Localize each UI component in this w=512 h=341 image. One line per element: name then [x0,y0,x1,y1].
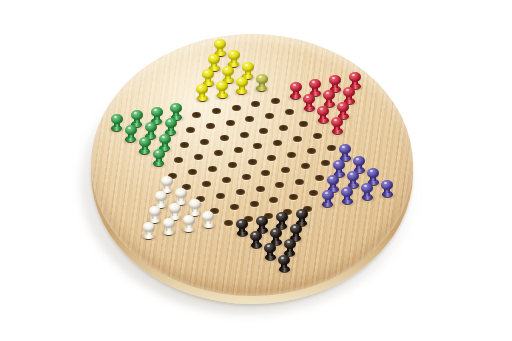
pegs-layer [0,0,512,341]
peg-head [214,39,226,49]
peg-head [202,211,214,221]
peg-head [228,50,240,60]
peg-head [278,255,290,265]
peg-green[interactable] [110,114,123,131]
peg-head [222,66,234,76]
peg-white[interactable] [162,218,175,235]
peg-head [276,212,288,222]
peg-yellow[interactable] [216,81,229,98]
peg-head [284,239,296,249]
peg-purple[interactable] [321,190,334,207]
peg-head [163,218,175,228]
peg-olive[interactable] [255,74,268,91]
peg-head [202,69,214,79]
peg-head [353,156,365,166]
peg-head [131,110,143,120]
peg-head [170,103,182,113]
peg-head [189,199,201,209]
peg-head [196,84,208,94]
peg-black[interactable] [264,243,277,260]
peg-red[interactable] [289,82,302,99]
peg-head [323,90,335,100]
peg-purple[interactable] [361,183,374,200]
peg-head [367,168,379,178]
peg-head [236,77,248,87]
peg-head [208,54,220,64]
peg-head [165,118,177,128]
peg-head [145,122,157,132]
peg-yellow[interactable] [235,77,248,94]
peg-head [236,219,248,229]
chinese-checkers-photo [0,0,512,341]
peg-head [296,209,308,219]
peg-head [331,117,343,127]
peg-head [333,160,345,170]
peg-head [153,149,165,159]
peg-head [250,231,262,241]
peg-white[interactable] [182,215,195,232]
peg-head [309,79,321,89]
peg-green[interactable] [124,125,137,142]
peg-white[interactable] [142,222,155,239]
peg-head [343,87,355,97]
peg-head [125,125,137,135]
peg-purple[interactable] [381,180,394,197]
peg-head [183,215,195,225]
peg-head [329,75,341,85]
peg-black[interactable] [278,255,291,272]
peg-black[interactable] [236,219,249,236]
peg-head [317,106,329,116]
peg-head [216,81,228,91]
peg-head [256,74,268,84]
peg-head [242,62,254,72]
peg-red[interactable] [317,106,330,123]
peg-head [159,134,171,144]
peg-head [290,82,302,92]
peg-head [155,191,167,201]
peg-head [347,171,359,181]
peg-head [149,206,161,216]
peg-green[interactable] [152,149,165,166]
peg-head [381,180,393,190]
peg-head [175,188,187,198]
peg-head [327,175,339,185]
peg-red[interactable] [331,117,344,134]
peg-head [151,107,163,117]
peg-black[interactable] [250,231,263,248]
peg-head [337,102,349,112]
peg-head [322,190,334,200]
peg-head [111,114,123,124]
peg-red[interactable] [303,94,316,111]
peg-head [264,243,276,253]
peg-head [143,222,155,232]
peg-white[interactable] [202,211,215,228]
peg-head [256,216,268,226]
peg-head [341,187,353,197]
peg-head [169,203,181,213]
peg-purple[interactable] [341,187,354,204]
peg-head [339,144,351,154]
peg-head [270,228,282,238]
peg-green[interactable] [138,137,151,154]
peg-head [161,176,173,186]
peg-yellow[interactable] [196,84,209,101]
peg-head [361,183,373,193]
peg-head [139,137,151,147]
peg-head [303,94,315,104]
peg-head [349,72,361,82]
peg-head [290,224,302,234]
